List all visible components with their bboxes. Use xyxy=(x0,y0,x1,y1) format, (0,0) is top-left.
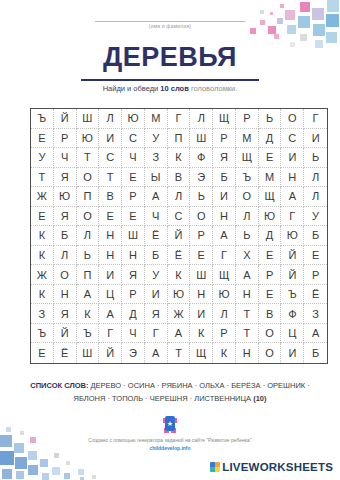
grid-cell-r12c12[interactable]: Ц xyxy=(281,324,304,344)
grid-cell-r4c2[interactable]: Я xyxy=(54,168,77,188)
grid-cell-r8c5[interactable]: Н xyxy=(122,246,145,266)
grid-cell-r5c3[interactable]: П xyxy=(77,187,100,207)
grid-cell-r7c3[interactable]: Л xyxy=(77,226,100,246)
grid-cell-r8c8[interactable]: Е xyxy=(190,246,213,266)
grid-cell-r3c2[interactable]: Ч xyxy=(54,148,77,168)
grid-cell-r11c3[interactable]: К xyxy=(77,304,100,324)
grid-cell-r6c9[interactable]: Н xyxy=(213,207,236,227)
grid-cell-r7c9[interactable]: А xyxy=(213,226,236,246)
grid-cell-r3c12[interactable]: И xyxy=(281,148,304,168)
liveworksheets-brand[interactable]: LIVEWORKSHEETS xyxy=(210,461,333,473)
grid-cell-r1c8[interactable]: Л xyxy=(190,109,213,129)
grid-cell-r6c10[interactable]: Л xyxy=(236,207,259,227)
name-blank-line[interactable] xyxy=(95,21,245,22)
grid-cell-r5c10[interactable]: О xyxy=(236,187,259,207)
grid-cell-r13c5[interactable]: Э xyxy=(122,343,145,363)
grid-cell-r7c10[interactable]: Ь xyxy=(236,226,259,246)
grid-cell-r12c2[interactable]: Й xyxy=(54,324,77,344)
grid-cell-r4c9[interactable]: Б xyxy=(213,168,236,188)
grid-cell-r13c2[interactable]: Ё xyxy=(54,343,77,363)
instruction-suffix: головоломки. xyxy=(189,84,238,93)
grid-cell-r11c12[interactable]: Ф xyxy=(281,304,304,324)
grid-cell-r9c10[interactable]: А xyxy=(236,265,259,285)
grid-cell-r8c10[interactable]: Х xyxy=(236,246,259,266)
word-list: СПИСОК СЛОВ: ДЕРЕВО · ОСИНА · РЯБИНА · О… xyxy=(22,379,318,405)
grid-cell-r4c8[interactable]: Э xyxy=(190,168,213,188)
grid-cell-r8c2[interactable]: Л xyxy=(54,246,77,266)
grid-cell-r3c3[interactable]: Т xyxy=(77,148,100,168)
grid-cell-r9c13[interactable]: Р xyxy=(304,265,327,285)
grid-cell-r6c13[interactable]: У xyxy=(304,207,327,227)
grid-cell-r3c4[interactable]: С xyxy=(99,148,122,168)
grid-cell-r7c4[interactable]: Н xyxy=(99,226,122,246)
grid-cell-r1c11[interactable]: Ь xyxy=(259,109,282,129)
grid-cell-r5c12[interactable]: А xyxy=(281,187,304,207)
grid-cell-r9c8[interactable]: Ш xyxy=(190,265,213,285)
grid-cell-r12c10[interactable]: Т xyxy=(236,324,259,344)
grid-cell-r2c8[interactable]: Ш xyxy=(190,129,213,149)
grid-cell-r7c13[interactable]: Б xyxy=(304,226,327,246)
grid-cell-r13c10[interactable]: Н xyxy=(236,343,259,363)
grid-cell-r4c6[interactable]: Ы xyxy=(145,168,168,188)
grid-cell-r10c2[interactable]: Н xyxy=(54,285,77,305)
grid-cell-r8c7[interactable]: Ё xyxy=(168,246,191,266)
grid-cell-r6c1[interactable]: Е xyxy=(31,207,54,227)
grid-cell-r5c8[interactable]: Ь xyxy=(190,187,213,207)
grid-cell-r13c6[interactable]: А xyxy=(145,343,168,363)
grid-cell-r9c12[interactable]: Й xyxy=(281,265,304,285)
grid-cell-r8c9[interactable]: Г xyxy=(213,246,236,266)
grid-cell-r12c11[interactable]: О xyxy=(259,324,282,344)
grid-cell-r12c5[interactable]: Ч xyxy=(122,324,145,344)
grid-cell-r10c10[interactable]: Н xyxy=(236,285,259,305)
worksheet-page: (имя и фамилия) ДЕРЕВЬЯ Найди и обведи 1… xyxy=(0,0,340,480)
grid-cell-r4c11[interactable]: М xyxy=(259,168,282,188)
grid-cell-r8c11[interactable]: Е xyxy=(259,246,282,266)
grid-cell-r4c12[interactable]: Н xyxy=(281,168,304,188)
grid-cell-r7c6[interactable]: Ё xyxy=(145,226,168,246)
grid-cell-r4c10[interactable]: Ъ xyxy=(236,168,259,188)
grid-cell-r1c2[interactable]: Й xyxy=(54,109,77,129)
page-title: ДЕРЕВЬЯ xyxy=(0,42,340,73)
grid-cell-r11c7[interactable]: Ж xyxy=(168,304,191,324)
grid-cell-r1c4[interactable]: Л xyxy=(99,109,122,129)
grid-cell-r2c1[interactable]: Е xyxy=(31,129,54,149)
grid-cell-r12c4[interactable]: Г xyxy=(99,324,122,344)
grid-cell-r6c5[interactable]: Е xyxy=(122,207,145,227)
grid-cell-r13c13[interactable]: Б xyxy=(304,343,327,363)
grid-cell-r11c13[interactable]: З xyxy=(304,304,327,324)
grid-cell-r8c13[interactable]: Е xyxy=(304,246,327,266)
grid-cell-r9c4[interactable]: И xyxy=(99,265,122,285)
childdevelop-logo: ★ xyxy=(163,416,177,433)
word-list-label: СПИСОК СЛОВ: xyxy=(30,381,88,390)
grid-cell-r4c4[interactable]: Т xyxy=(99,168,122,188)
grid-cell-r3c11[interactable]: Е xyxy=(259,148,282,168)
grid-cell-r1c3[interactable]: Ш xyxy=(77,109,100,129)
grid-cell-r6c4[interactable]: Е xyxy=(99,207,122,227)
grid-cell-r13c1[interactable]: Е xyxy=(31,343,54,363)
instruction-word-count: 10 слов xyxy=(160,84,188,93)
grid-cell-r12c6[interactable]: Г xyxy=(145,324,168,344)
grid-cell-r10c11[interactable]: Е xyxy=(259,285,282,305)
grid-cell-r2c9[interactable]: Р xyxy=(213,129,236,149)
grid-cell-r7c1[interactable]: К xyxy=(31,226,54,246)
grid-cell-r7c2[interactable]: Б xyxy=(54,226,77,246)
grid-cell-r11c10[interactable]: Т xyxy=(236,304,259,324)
grid-cell-r4c5[interactable]: Е xyxy=(122,168,145,188)
grid-cell-r11c11[interactable]: В xyxy=(259,304,282,324)
grid-cell-r2c7[interactable]: П xyxy=(168,129,191,149)
grid-cell-r9c5[interactable]: Я xyxy=(122,265,145,285)
grid-cell-r5c13[interactable]: Л xyxy=(304,187,327,207)
grid-cell-r5c9[interactable]: И xyxy=(213,187,236,207)
liveworksheets-icon xyxy=(210,462,220,472)
credit-text: Создано с помощью генератора заданий на … xyxy=(0,436,340,452)
grid-cell-r1c13[interactable]: Г xyxy=(304,109,327,129)
corner-mosaic-bottom-left xyxy=(0,425,110,480)
grid-cell-r6c7[interactable]: С xyxy=(168,207,191,227)
grid-cell-r11c2[interactable]: Я xyxy=(54,304,77,324)
grid-cell-r13c4[interactable]: Й xyxy=(99,343,122,363)
grid-cell-r2c3[interactable]: Ю xyxy=(77,129,100,149)
title-underline xyxy=(81,79,259,81)
grid-cell-r2c10[interactable]: М xyxy=(236,129,259,149)
grid-cell-r4c3[interactable]: О xyxy=(77,168,100,188)
grid-cell-r8c3[interactable]: Ь xyxy=(77,246,100,266)
grid-cell-r2c2[interactable]: Р xyxy=(54,129,77,149)
grid-cell-r2c12[interactable]: С xyxy=(281,129,304,149)
grid-cell-r5c6[interactable]: А xyxy=(145,187,168,207)
grid-cell-r4c1[interactable]: Т xyxy=(31,168,54,188)
grid-cell-r7c11[interactable]: Д xyxy=(259,226,282,246)
grid-cell-r8c12[interactable]: Й xyxy=(281,246,304,266)
grid-cell-r6c12[interactable]: Г xyxy=(281,207,304,227)
grid-cell-r3c5[interactable]: Ч xyxy=(122,148,145,168)
name-line-label: (имя и фамилия) xyxy=(0,23,340,29)
grid-cell-r8c4[interactable]: Н xyxy=(99,246,122,266)
grid-cell-r6c2[interactable]: Я xyxy=(54,207,77,227)
grid-cell-r3c6[interactable]: З xyxy=(145,148,168,168)
grid-cell-r8c1[interactable]: К xyxy=(31,246,54,266)
grid-cell-r11c1[interactable]: З xyxy=(31,304,54,324)
grid-cell-r1c10[interactable]: Р xyxy=(236,109,259,129)
childdevelop-link[interactable]: childdevelop.info xyxy=(0,444,340,452)
grid-cell-r11c5[interactable]: Д xyxy=(122,304,145,324)
grid-cell-r9c7[interactable]: К xyxy=(168,265,191,285)
word-search-grid: ЪЙШЛЮМГЛЩРЬОГЕРЮИСУПШРМДСИУЧТСЧЗКФЯЩЕИЬТ… xyxy=(30,108,328,364)
grid-cell-r11c4[interactable]: А xyxy=(99,304,122,324)
grid-cell-r2c11[interactable]: Д xyxy=(259,129,282,149)
grid-cell-r6c8[interactable]: О xyxy=(190,207,213,227)
grid-cell-r7c7[interactable]: Й xyxy=(168,226,191,246)
grid-cell-r7c12[interactable]: Ю xyxy=(281,226,304,246)
grid-cell-r12c7[interactable]: А xyxy=(168,324,191,344)
grid-cell-r2c6[interactable]: У xyxy=(145,129,168,149)
grid-cell-r4c13[interactable]: Л xyxy=(304,168,327,188)
grid-cell-r5c11[interactable]: Щ xyxy=(259,187,282,207)
grid-cell-r9c9[interactable]: Щ xyxy=(213,265,236,285)
grid-cell-r10c9[interactable]: Ю xyxy=(213,285,236,305)
grid-cell-r3c10[interactable]: Щ xyxy=(236,148,259,168)
grid-cell-r1c12[interactable]: О xyxy=(281,109,304,129)
grid-cell-r5c4[interactable]: В xyxy=(99,187,122,207)
grid-cell-r4c7[interactable]: В xyxy=(168,168,191,188)
grid-cell-r9c6[interactable]: У xyxy=(145,265,168,285)
grid-cell-r9c3[interactable]: П xyxy=(77,265,100,285)
grid-cell-r5c2[interactable]: Ю xyxy=(54,187,77,207)
grid-cell-r2c13[interactable]: И xyxy=(304,129,327,149)
grid-cell-r10c8[interactable]: Н xyxy=(190,285,213,305)
grid-cell-r10c7[interactable]: Ю xyxy=(168,285,191,305)
star-icon: ★ xyxy=(165,416,175,431)
grid-cell-r12c13[interactable]: А xyxy=(304,324,327,344)
liveworksheets-wordmark: LIVEWORKSHEETS xyxy=(222,461,333,473)
grid-cell-r1c6[interactable]: М xyxy=(145,109,168,129)
grid-cell-r10c12[interactable]: Ъ xyxy=(281,285,304,305)
grid-cell-r11c9[interactable]: Л xyxy=(213,304,236,324)
grid-cell-r9c2[interactable]: О xyxy=(54,265,77,285)
grid-cell-r11c8[interactable]: И xyxy=(190,304,213,324)
grid-cell-r3c7[interactable]: К xyxy=(168,148,191,168)
grid-cell-r3c13[interactable]: Ь xyxy=(304,148,327,168)
grid-cell-r3c9[interactable]: Я xyxy=(213,148,236,168)
grid-cell-r2c5[interactable]: С xyxy=(122,129,145,149)
grid-cell-r12c8[interactable]: К xyxy=(190,324,213,344)
grid-cell-r9c1[interactable]: Ж xyxy=(31,265,54,285)
credit-line: Создано с помощью генератора заданий на … xyxy=(88,437,251,443)
grid-cell-r6c11[interactable]: Ю xyxy=(259,207,282,227)
grid-cell-r10c5[interactable]: Р xyxy=(122,285,145,305)
instruction-text: Найди и обведи 10 слов головоломки. xyxy=(0,84,340,93)
grid-cell-r3c1[interactable]: У xyxy=(31,148,54,168)
grid-cell-r11c6[interactable]: Я xyxy=(145,304,168,324)
grid-cell-r10c6[interactable]: И xyxy=(145,285,168,305)
grid-cell-r2c4[interactable]: И xyxy=(99,129,122,149)
grid-cell-r9c11[interactable]: Р xyxy=(259,265,282,285)
grid-cell-r10c1[interactable]: К xyxy=(31,285,54,305)
grid-cell-r13c9[interactable]: К xyxy=(213,343,236,363)
grid-cell-r5c1[interactable]: Ж xyxy=(31,187,54,207)
grid-cell-r10c3[interactable]: А xyxy=(77,285,100,305)
grid-cell-r3c8[interactable]: Ф xyxy=(190,148,213,168)
grid-cell-r7c5[interactable]: Ш xyxy=(122,226,145,246)
grid-cell-r6c6[interactable]: Ч xyxy=(145,207,168,227)
grid-cell-r5c5[interactable]: Р xyxy=(122,187,145,207)
grid-cell-r13c11[interactable]: О xyxy=(259,343,282,363)
grid-cell-r7c8[interactable]: Р xyxy=(190,226,213,246)
grid-cell-r1c9[interactable]: Щ xyxy=(213,109,236,129)
grid-cell-r5c7[interactable]: Л xyxy=(168,187,191,207)
grid-cell-r1c1[interactable]: Ъ xyxy=(31,109,54,129)
grid-cell-r13c3[interactable]: Ш xyxy=(77,343,100,363)
grid-cell-r1c5[interactable]: Ю xyxy=(122,109,145,129)
grid-cell-r13c7[interactable]: Т xyxy=(168,343,191,363)
grid-cell-r10c4[interactable]: Ц xyxy=(99,285,122,305)
grid-cell-r13c12[interactable]: И xyxy=(281,343,304,363)
grid-cell-r1c7[interactable]: Г xyxy=(168,109,191,129)
grid-cell-r8c6[interactable]: Б xyxy=(145,246,168,266)
grid-cell-r12c1[interactable]: Ъ xyxy=(31,324,54,344)
word-list-words: ДЕРЕВО · ОСИНА · РЯБИНА · ОЛЬХА · БЕРЁЗА… xyxy=(74,381,310,403)
grid-cell-r12c9[interactable]: Р xyxy=(213,324,236,344)
grid-cell-r6c3[interactable]: О xyxy=(77,207,100,227)
word-list-count: (10) xyxy=(253,394,266,403)
grid-cell-r13c8[interactable]: Щ xyxy=(190,343,213,363)
grid-cell-r12c3[interactable]: Ъ xyxy=(77,324,100,344)
grid-cell-r10c13[interactable]: Ё xyxy=(304,285,327,305)
instruction-prefix: Найди и обведи xyxy=(103,84,161,93)
